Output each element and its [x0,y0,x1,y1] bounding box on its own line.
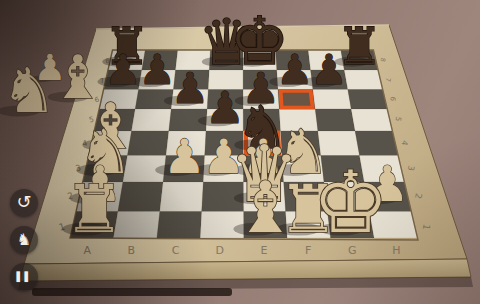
piece-black-pawn-c6[interactable]: ♟ [171,64,209,113]
undo-button[interactable]: ↺ [10,189,38,217]
piece-white-pawn-c3[interactable]: ♟ [163,129,205,184]
table-edge-shadow [32,288,232,296]
pause-icon: ▌▌ [17,273,33,282]
piece-white-rook-a1[interactable]: ♜ [64,170,124,248]
pause-button[interactable]: ▌▌ [10,263,38,291]
undo-icon: ↺ [16,193,31,211]
piece-black-pawn-g7[interactable]: ♟ [310,46,347,94]
hint-piece-button[interactable]: ♞ [10,226,38,254]
board-scene: ABCDEFGH1122334455667788♜♛♚♜♟♟♟♟♟♟♟♝♞♞♟♟… [0,0,480,304]
game-screen: ABCDEFGH1122334455667788♜♛♚♜♟♟♟♟♟♟♟♝♞♞♟♟… [0,0,480,304]
piece-black-pawn-f7[interactable]: ♟ [276,46,313,94]
file-label-c: C [172,244,180,257]
knight-piece-icon: ♞ [17,232,31,248]
piece-black-pawn-a7[interactable]: ♟ [104,46,141,94]
captured-white-knight: ♞ [1,54,57,127]
piece-white-king-g1[interactable]: ♚ [312,153,389,252]
file-label-d: D [215,244,223,257]
captured-white-bishop: ♝ [51,42,105,112]
file-label-h: H [392,244,400,257]
file-label-b: B [128,244,136,257]
